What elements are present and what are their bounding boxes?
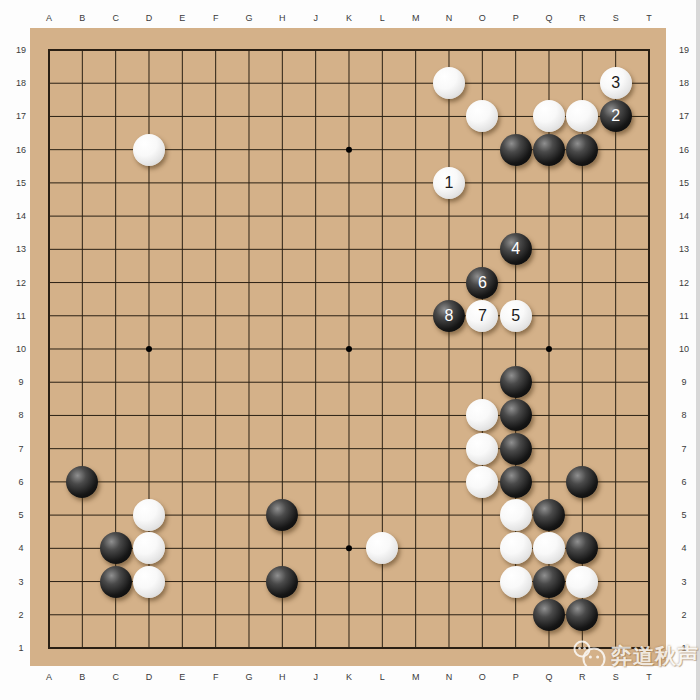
- row-label-right-11: 11: [679, 311, 688, 321]
- col-label-top-J: J: [313, 13, 318, 23]
- col-label-top-C: C: [112, 13, 119, 23]
- col-label-bottom-S: S: [613, 672, 619, 682]
- stone-white-N18[interactable]: [433, 67, 465, 99]
- row-label-right-7: 7: [681, 444, 686, 454]
- col-label-bottom-O: O: [479, 672, 486, 682]
- row-label-left-10: 10: [16, 344, 26, 354]
- move-number: 8: [445, 308, 454, 324]
- row-label-right-1: 1: [681, 643, 686, 653]
- row-label-right-19: 19: [679, 45, 689, 55]
- col-label-top-F: F: [213, 13, 219, 23]
- stone-black-R6[interactable]: [566, 466, 598, 498]
- col-label-top-P: P: [513, 13, 519, 23]
- row-label-right-17: 17: [679, 111, 689, 121]
- col-label-bottom-M: M: [412, 672, 420, 682]
- stone-black-C3[interactable]: [100, 566, 132, 598]
- row-label-left-14: 14: [16, 211, 26, 221]
- col-label-bottom-E: E: [179, 672, 185, 682]
- stone-black-B6[interactable]: [66, 466, 98, 498]
- row-label-right-12: 12: [679, 278, 689, 288]
- star-point: [346, 147, 352, 153]
- stone-black-O12[interactable]: 6: [466, 267, 498, 299]
- row-label-right-5: 5: [681, 510, 686, 520]
- col-label-bottom-P: P: [513, 672, 519, 682]
- row-label-left-1: 1: [18, 643, 23, 653]
- col-label-top-S: S: [613, 13, 619, 23]
- col-label-bottom-L: L: [380, 672, 385, 682]
- stone-black-P16[interactable]: [500, 134, 532, 166]
- row-label-left-13: 13: [16, 244, 26, 254]
- move-number: 5: [511, 308, 520, 324]
- row-label-right-8: 8: [681, 410, 686, 420]
- row-label-left-12: 12: [16, 278, 26, 288]
- stone-white-P5[interactable]: [500, 499, 532, 531]
- star-point: [546, 346, 552, 352]
- row-label-left-8: 8: [18, 410, 23, 420]
- row-label-right-16: 16: [679, 145, 689, 155]
- stone-white-N15[interactable]: 1: [433, 167, 465, 199]
- col-label-top-L: L: [380, 13, 385, 23]
- move-number: 4: [511, 241, 520, 257]
- row-label-right-15: 15: [679, 178, 689, 188]
- col-label-bottom-C: C: [112, 672, 119, 682]
- move-number: 3: [611, 75, 620, 91]
- stone-white-P11[interactable]: 5: [500, 300, 532, 332]
- stone-white-P4[interactable]: [500, 532, 532, 564]
- col-label-top-Q: Q: [545, 13, 552, 23]
- row-label-right-9: 9: [681, 377, 686, 387]
- row-label-left-16: 16: [16, 145, 26, 155]
- row-label-right-10: 10: [679, 344, 689, 354]
- col-label-top-E: E: [179, 13, 185, 23]
- col-label-bottom-D: D: [146, 672, 153, 682]
- stone-black-P9[interactable]: [500, 366, 532, 398]
- stone-white-D16[interactable]: [133, 134, 165, 166]
- row-label-left-19: 19: [16, 45, 26, 55]
- col-label-bottom-N: N: [446, 672, 453, 682]
- stone-black-P7[interactable]: [500, 433, 532, 465]
- row-label-left-18: 18: [16, 78, 26, 88]
- star-point: [346, 346, 352, 352]
- row-label-right-3: 3: [681, 577, 686, 587]
- row-label-left-6: 6: [18, 477, 23, 487]
- stone-white-O7[interactable]: [466, 433, 498, 465]
- row-label-right-14: 14: [679, 211, 689, 221]
- col-label-top-R: R: [579, 13, 586, 23]
- stone-black-P8[interactable]: [500, 399, 532, 431]
- row-label-left-15: 15: [16, 178, 26, 188]
- col-label-bottom-A: A: [46, 672, 52, 682]
- stone-white-O6[interactable]: [466, 466, 498, 498]
- col-label-top-D: D: [146, 13, 153, 23]
- stone-white-D3[interactable]: [133, 566, 165, 598]
- stone-black-P6[interactable]: [500, 466, 532, 498]
- board-grid: [0, 0, 700, 700]
- stone-black-Q3[interactable]: [533, 566, 565, 598]
- stone-white-O11[interactable]: 7: [466, 300, 498, 332]
- move-number: 2: [611, 108, 620, 124]
- right-edge-strip: [696, 0, 700, 700]
- move-number: 7: [478, 308, 487, 324]
- col-label-bottom-J: J: [313, 672, 318, 682]
- row-label-right-13: 13: [679, 244, 689, 254]
- col-label-bottom-F: F: [213, 672, 219, 682]
- col-label-top-N: N: [446, 13, 453, 23]
- go-board-diagram: AABBCCDDEEFFGGHHJJKKLLMMNNOOPPQQRRSSTT19…: [0, 0, 700, 700]
- row-label-left-2: 2: [18, 610, 23, 620]
- stone-black-N11[interactable]: 8: [433, 300, 465, 332]
- col-label-top-A: A: [46, 13, 52, 23]
- stone-white-D5[interactable]: [133, 499, 165, 531]
- col-label-bottom-Q: Q: [545, 672, 552, 682]
- star-point: [346, 545, 352, 551]
- star-point: [146, 346, 152, 352]
- move-number: 6: [478, 275, 487, 291]
- stone-black-Q2[interactable]: [533, 599, 565, 631]
- stone-white-R3[interactable]: [566, 566, 598, 598]
- stone-black-R16[interactable]: [566, 134, 598, 166]
- row-label-left-7: 7: [18, 444, 23, 454]
- col-label-top-K: K: [346, 13, 352, 23]
- stone-black-Q5[interactable]: [533, 499, 565, 531]
- stone-black-R2[interactable]: [566, 599, 598, 631]
- row-label-left-5: 5: [18, 510, 23, 520]
- row-label-right-6: 6: [681, 477, 686, 487]
- col-label-top-G: G: [245, 13, 252, 23]
- row-label-left-11: 11: [16, 311, 25, 321]
- row-label-right-2: 2: [681, 610, 686, 620]
- col-label-top-M: M: [412, 13, 420, 23]
- stone-black-S17[interactable]: 2: [600, 100, 632, 132]
- row-label-left-9: 9: [18, 377, 23, 387]
- col-label-top-H: H: [279, 13, 286, 23]
- col-label-top-B: B: [79, 13, 85, 23]
- move-number: 1: [445, 175, 454, 191]
- col-label-bottom-T: T: [646, 672, 652, 682]
- stone-black-Q16[interactable]: [533, 134, 565, 166]
- col-label-top-O: O: [479, 13, 486, 23]
- stone-black-P13[interactable]: 4: [500, 233, 532, 265]
- col-label-bottom-B: B: [79, 672, 85, 682]
- col-label-bottom-G: G: [245, 672, 252, 682]
- stone-white-P3[interactable]: [500, 566, 532, 598]
- col-label-top-T: T: [646, 13, 652, 23]
- row-label-right-18: 18: [679, 78, 689, 88]
- stone-black-C4[interactable]: [100, 532, 132, 564]
- stone-white-S18[interactable]: 3: [600, 67, 632, 99]
- row-label-left-3: 3: [18, 577, 23, 587]
- row-label-left-4: 4: [18, 543, 23, 553]
- col-label-bottom-K: K: [346, 672, 352, 682]
- stone-black-H3[interactable]: [266, 566, 298, 598]
- col-label-bottom-H: H: [279, 672, 286, 682]
- row-label-right-4: 4: [681, 543, 686, 553]
- col-label-bottom-R: R: [579, 672, 586, 682]
- row-label-left-17: 17: [16, 111, 26, 121]
